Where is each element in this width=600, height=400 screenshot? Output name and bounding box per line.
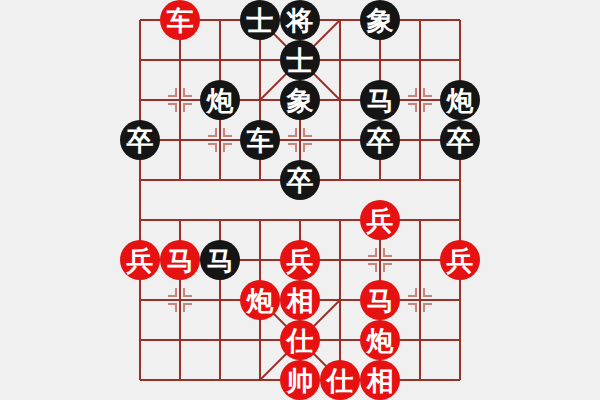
piece-red-soldier[interactable]: 兵 <box>360 200 400 240</box>
piece-black-soldier[interactable]: 卒 <box>280 160 320 200</box>
piece-black-soldier[interactable]: 卒 <box>440 120 480 160</box>
piece-red-chariot[interactable]: 车 <box>160 0 200 40</box>
piece-black-general[interactable]: 将 <box>280 0 320 40</box>
piece-red-elephant[interactable]: 相 <box>360 360 400 400</box>
piece-black-horse[interactable]: 马 <box>200 240 240 280</box>
board-intersections[interactable]: 车士将象士炮象马炮卒车卒卒卒兵兵马马兵兵炮相马仕炮帅仕相 <box>120 0 480 400</box>
piece-black-advisor[interactable]: 士 <box>280 40 320 80</box>
piece-red-horse[interactable]: 马 <box>360 280 400 320</box>
piece-black-cannon[interactable]: 炮 <box>440 80 480 120</box>
piece-red-soldier[interactable]: 兵 <box>120 240 160 280</box>
piece-red-advisor[interactable]: 仕 <box>320 360 360 400</box>
piece-red-soldier[interactable]: 兵 <box>280 240 320 280</box>
piece-black-horse[interactable]: 马 <box>360 80 400 120</box>
piece-black-cannon[interactable]: 炮 <box>200 80 240 120</box>
xiangqi-board: 车士将象士炮象马炮卒车卒卒卒兵兵马马兵兵炮相马仕炮帅仕相 <box>0 0 600 400</box>
piece-red-elephant[interactable]: 相 <box>280 280 320 320</box>
piece-red-horse[interactable]: 马 <box>160 240 200 280</box>
piece-red-soldier[interactable]: 兵 <box>440 240 480 280</box>
piece-red-advisor[interactable]: 仕 <box>280 320 320 360</box>
piece-black-soldier[interactable]: 卒 <box>120 120 160 160</box>
piece-black-soldier[interactable]: 卒 <box>360 120 400 160</box>
piece-black-chariot[interactable]: 车 <box>240 120 280 160</box>
piece-black-elephant[interactable]: 象 <box>280 80 320 120</box>
piece-red-cannon[interactable]: 炮 <box>360 320 400 360</box>
piece-black-advisor[interactable]: 士 <box>240 0 280 40</box>
piece-black-elephant[interactable]: 象 <box>360 0 400 40</box>
piece-red-general[interactable]: 帅 <box>280 360 320 400</box>
piece-red-cannon[interactable]: 炮 <box>240 280 280 320</box>
